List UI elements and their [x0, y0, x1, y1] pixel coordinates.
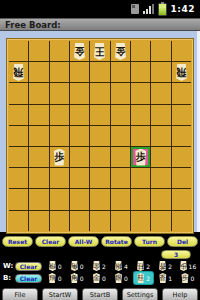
nav-button-settings[interactable]: Settings	[122, 288, 158, 300]
board-square[interactable]	[90, 168, 109, 188]
piece-icon: 香	[158, 273, 167, 283]
board-square[interactable]	[70, 168, 89, 188]
hand-row-black: 飛0角0金0銀0桂2香1歩0	[45, 272, 197, 284]
board-square[interactable]	[9, 83, 28, 103]
board-square[interactable]	[111, 105, 130, 125]
board-square[interactable]	[172, 211, 191, 231]
board-square[interactable]	[50, 105, 69, 125]
piece-count: 0	[102, 275, 106, 282]
piece-count: 2	[146, 263, 150, 270]
white-hand-piece-button[interactable]: 歩16	[178, 260, 197, 272]
board-square[interactable]	[172, 105, 191, 125]
board-square[interactable]	[131, 83, 150, 103]
board-square[interactable]	[70, 62, 89, 82]
white-hand-piece-button[interactable]: 飛0	[45, 260, 64, 272]
toolbar: ResetClearAll-WRotateTurnDel	[0, 232, 200, 248]
white-hand-piece-button[interactable]: 香2	[156, 260, 175, 272]
quantity-button[interactable]: 3	[161, 250, 191, 259]
board-square[interactable]	[29, 147, 48, 167]
board-square[interactable]	[70, 189, 89, 209]
shogi-piece[interactable]: 飛	[11, 64, 26, 81]
board-square[interactable]	[151, 105, 170, 125]
white-clear-button[interactable]: Clear	[15, 262, 42, 271]
page-title: Free Board:	[0, 20, 61, 30]
board-square[interactable]	[172, 41, 191, 61]
clock: 1:42	[171, 4, 195, 14]
black-hand-piece-button[interactable]: 飛0	[45, 272, 64, 284]
board-square[interactable]	[131, 211, 150, 231]
board-square[interactable]	[50, 41, 69, 61]
board-square[interactable]	[111, 189, 130, 209]
toolbar-button-rotate[interactable]: Rotate	[101, 236, 132, 247]
board-square[interactable]	[111, 211, 130, 231]
piece-icon: 金	[92, 273, 101, 283]
shogi-piece[interactable]: 金	[113, 43, 128, 60]
black-hand-piece-button[interactable]: 歩0	[178, 272, 197, 284]
black-hand-label: B:	[3, 274, 12, 282]
board-square[interactable]	[90, 126, 109, 146]
piece-icon: 桂	[136, 273, 145, 283]
board-square[interactable]	[9, 147, 28, 167]
piece-icon: 桂	[136, 261, 145, 271]
board-square[interactable]	[151, 189, 170, 209]
board-square[interactable]	[9, 41, 28, 61]
board-square[interactable]	[29, 168, 48, 188]
white-hand-row: W: Clear 飛0角0金2銀4桂2香2歩16	[0, 260, 200, 272]
board-square[interactable]	[90, 83, 109, 103]
board-square[interactable]	[90, 105, 109, 125]
toolbar-button-reset[interactable]: Reset	[2, 236, 33, 247]
board-square[interactable]	[29, 189, 48, 209]
board-square[interactable]	[70, 147, 89, 167]
shogi-piece[interactable]: 歩	[133, 149, 148, 166]
board-square[interactable]	[90, 147, 109, 167]
board-square[interactable]: 王	[90, 41, 109, 61]
board-square[interactable]	[151, 168, 170, 188]
control-panel: ResetClearAll-WRotateTurnDel 3 W: Clear …	[0, 232, 200, 300]
piece-count: 0	[80, 263, 84, 270]
piece-icon: 金	[92, 261, 101, 271]
black-clear-button[interactable]: Clear	[15, 274, 42, 283]
white-hand-piece-button[interactable]: 金2	[89, 260, 108, 272]
board-square[interactable]: 歩	[131, 147, 150, 167]
piece-count: 0	[58, 263, 62, 270]
board-square[interactable]	[111, 147, 130, 167]
nav-button-file[interactable]: File	[2, 288, 38, 300]
board-square[interactable]	[50, 83, 69, 103]
board-square[interactable]	[151, 211, 170, 231]
toolbar-button-all-w[interactable]: All-W	[68, 236, 99, 247]
board-square[interactable]	[50, 211, 69, 231]
board-square[interactable]	[131, 168, 150, 188]
board-square[interactable]	[131, 126, 150, 146]
board-square[interactable]	[111, 168, 130, 188]
board-square[interactable]	[131, 105, 150, 125]
board-square[interactable]	[70, 83, 89, 103]
signal-icon	[143, 4, 154, 14]
board-square[interactable]	[9, 189, 28, 209]
app-window: 1:42 Free Board: 金王金飛飛歩歩 ResetClearAll-W…	[0, 0, 200, 300]
board-square[interactable]	[70, 105, 89, 125]
toolbar-button-del[interactable]: Del	[167, 236, 198, 247]
board-square[interactable]	[151, 62, 170, 82]
board-square[interactable]	[29, 126, 48, 146]
board-square[interactable]	[9, 211, 28, 231]
board-square[interactable]	[172, 168, 191, 188]
piece-icon: 飛	[48, 261, 57, 271]
board-square[interactable]	[172, 147, 191, 167]
board-square[interactable]	[111, 126, 130, 146]
usb-icon	[131, 4, 139, 14]
white-hand-piece-button[interactable]: 桂2	[134, 260, 153, 272]
board-square[interactable]	[70, 211, 89, 231]
board-square[interactable]	[151, 147, 170, 167]
piece-icon: 角	[70, 273, 79, 283]
board-square[interactable]	[111, 83, 130, 103]
board-square[interactable]	[151, 41, 170, 61]
piece-count: 0	[58, 275, 62, 282]
board-square[interactable]	[131, 41, 150, 61]
board-square[interactable]	[131, 189, 150, 209]
quantity-row: 3	[0, 248, 200, 260]
board-square[interactable]	[90, 62, 109, 82]
hand-row-white: 飛0角0金2銀4桂2香2歩16	[45, 260, 197, 272]
piece-icon: 銀	[114, 273, 123, 283]
piece-icon: 歩	[181, 273, 190, 283]
nav-button-startb[interactable]: StartB	[82, 288, 118, 300]
black-hand-piece-button[interactable]: 角0	[67, 272, 86, 284]
white-hand-label: W:	[3, 262, 12, 270]
nav-bar: FileStartWStartBSettingsHelp	[0, 284, 200, 300]
title-bar: Free Board:	[0, 18, 200, 31]
piece-icon: 香	[158, 261, 167, 271]
board-square[interactable]	[9, 168, 28, 188]
board-square[interactable]	[111, 62, 130, 82]
black-hand-row: B: Clear 飛0角0金0銀0桂2香1歩0	[0, 272, 200, 284]
white-hand-piece-button[interactable]: 角0	[67, 260, 86, 272]
board-square[interactable]	[9, 126, 28, 146]
board-square[interactable]	[172, 126, 191, 146]
piece-icon: 飛	[48, 273, 57, 283]
status-bar: 1:42	[0, 0, 200, 18]
black-hand-piece-button[interactable]: 金0	[89, 272, 108, 284]
board-square[interactable]	[29, 41, 48, 61]
board-square[interactable]	[50, 62, 69, 82]
piece-icon: 銀	[114, 261, 123, 271]
piece-count: 0	[191, 275, 195, 282]
battery-icon	[158, 3, 167, 16]
board-square[interactable]	[151, 126, 170, 146]
board-square[interactable]	[9, 105, 28, 125]
piece-count: 16	[189, 263, 197, 270]
nav-button-startw[interactable]: StartW	[42, 288, 78, 300]
black-hand-piece-button[interactable]: 銀0	[111, 272, 130, 284]
board-square[interactable]: 金	[111, 41, 130, 61]
board-square[interactable]: 飛	[172, 62, 191, 82]
shogi-piece[interactable]: 金	[72, 43, 87, 60]
board-square[interactable]	[50, 168, 69, 188]
piece-count: 1	[168, 275, 172, 282]
nav-button-help[interactable]: Help	[162, 288, 198, 300]
piece-count: 0	[124, 275, 128, 282]
board-square[interactable]	[29, 211, 48, 231]
shogi-piece[interactable]: 歩	[52, 149, 67, 166]
board-square[interactable]	[29, 83, 48, 103]
board-square[interactable]	[90, 211, 109, 231]
piece-count: 4	[124, 263, 128, 270]
black-hand-piece-button[interactable]: 桂2	[134, 272, 153, 284]
board-square[interactable]	[90, 189, 109, 209]
board-square[interactable]	[172, 189, 191, 209]
board-square[interactable]: 金	[70, 41, 89, 61]
board-square[interactable]	[50, 189, 69, 209]
piece-icon: 角	[70, 261, 79, 271]
scrollbar[interactable]	[197, 31, 200, 232]
board-square[interactable]	[172, 83, 191, 103]
piece-count: 2	[168, 263, 172, 270]
shogi-piece[interactable]: 王	[92, 43, 107, 60]
board-square[interactable]	[70, 126, 89, 146]
piece-count: 0	[80, 275, 84, 282]
board-area: 金王金飛飛歩歩	[0, 31, 200, 232]
board-square[interactable]	[29, 62, 48, 82]
board-frame: 金王金飛飛歩歩	[6, 38, 195, 234]
shogi-piece[interactable]: 飛	[174, 64, 189, 81]
board-square[interactable]: 飛	[9, 62, 28, 82]
piece-icon: 歩	[179, 261, 188, 271]
board-square[interactable]	[151, 83, 170, 103]
white-hand-piece-button[interactable]: 銀4	[111, 260, 130, 272]
piece-count: 2	[102, 263, 106, 270]
board-square[interactable]	[50, 126, 69, 146]
toolbar-button-turn[interactable]: Turn	[134, 236, 165, 247]
board-square[interactable]: 歩	[50, 147, 69, 167]
toolbar-button-clear[interactable]: Clear	[35, 236, 66, 247]
board-square[interactable]	[131, 62, 150, 82]
black-hand-piece-button[interactable]: 香1	[156, 272, 175, 284]
shogi-board[interactable]: 金王金飛飛歩歩	[9, 41, 192, 231]
board-square[interactable]	[29, 105, 48, 125]
piece-count: 2	[146, 275, 150, 282]
